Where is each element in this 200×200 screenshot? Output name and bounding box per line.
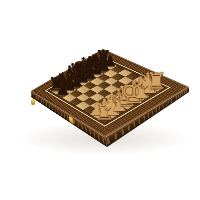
chess-set-photo: ♜♞♝♛♚♝♞♜♟♟♟♟♟♟♟♟♟♟♟♟♟♟♟♟♜♞♝♛♚♝♞♜ (0, 0, 200, 200)
piece-black-pawn[interactable]: ♟ (103, 54, 117, 69)
piece-white-rook[interactable]: ♜ (146, 70, 167, 93)
pieces-layer: ♜♞♝♛♚♝♞♜♟♟♟♟♟♟♟♟♟♟♟♟♟♟♟♟♜♞♝♛♚♝♞♜ (0, 0, 200, 200)
